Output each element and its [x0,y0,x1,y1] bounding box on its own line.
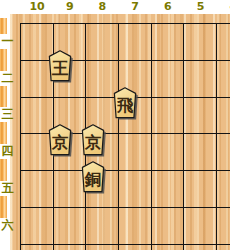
koma-kanji: 飛 [116,96,134,115]
rank-label-4: 四 [0,144,15,159]
square-9-7[interactable] [54,245,87,250]
piece-rook[interactable]: 飛 [111,87,142,121]
file-label-10: 10 [25,0,49,13]
square-10-5[interactable] [21,171,54,208]
rank-label-6: 六 [0,218,15,233]
file-label-7: 7 [123,0,147,13]
square-4-4[interactable] [217,134,230,171]
file-label-8: 8 [90,0,114,13]
square-7-1[interactable] [119,24,152,61]
square-5-6[interactable] [184,208,217,245]
piece-king[interactable]: 王 [46,50,77,84]
piece-kyo[interactable]: 京 [79,124,110,158]
square-8-7[interactable] [86,245,119,250]
square-6-7[interactable] [152,245,185,250]
piece-copper-general[interactable]: 銅 [79,161,110,195]
file-label-6: 6 [156,0,180,13]
piece-kyo[interactable]: 京 [46,124,77,158]
file-label-5: 5 [189,0,213,13]
square-4-2[interactable] [217,61,230,98]
square-4-5[interactable] [217,171,230,208]
square-6-5[interactable] [152,171,185,208]
square-6-4[interactable] [152,134,185,171]
file-label-4: 4 [221,0,230,13]
square-6-1[interactable] [152,24,185,61]
square-9-6[interactable] [54,208,87,245]
square-7-5[interactable] [119,171,152,208]
square-7-6[interactable] [119,208,152,245]
square-5-2[interactable] [184,61,217,98]
rank-label-5: 五 [0,181,15,196]
square-8-1[interactable] [86,24,119,61]
koma-kanji: 王 [52,59,69,78]
square-6-2[interactable] [152,61,185,98]
square-8-6[interactable] [86,208,119,245]
square-4-1[interactable] [217,24,230,61]
square-4-3[interactable] [217,98,230,135]
square-4-6[interactable] [217,208,230,245]
koma-kanji: 京 [51,133,69,152]
shogi-variant-app: 王飛京京銅 10987654 一二三四五六 [0,0,230,250]
rank-label-3: 三 [0,107,15,122]
square-7-7[interactable] [119,245,152,250]
square-5-7[interactable] [184,245,217,250]
square-5-4[interactable] [184,134,217,171]
square-5-3[interactable] [184,98,217,135]
rank-label-2: 二 [0,71,15,86]
shogi-board: 王飛京京銅 [10,14,230,250]
square-10-6[interactable] [21,208,54,245]
square-6-6[interactable] [152,208,185,245]
square-6-3[interactable] [152,98,185,135]
rank-label-bar [0,18,7,233]
rank-label-1: 一 [0,34,15,49]
square-5-5[interactable] [184,171,217,208]
square-7-4[interactable] [119,134,152,171]
koma-kanji: 京 [83,133,101,152]
square-10-7[interactable] [21,245,54,250]
square-5-1[interactable] [184,24,217,61]
koma-kanji: 銅 [83,170,101,189]
file-label-9: 9 [58,0,82,13]
square-4-7[interactable] [217,245,230,250]
